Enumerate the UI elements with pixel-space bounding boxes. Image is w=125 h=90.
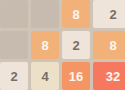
cell-empty [0, 0, 28, 28]
tile-16: 16 [62, 62, 90, 90]
tile-2: 2 [93, 0, 125, 28]
tile-8: 8 [62, 0, 90, 28]
tile-2: 2 [0, 62, 28, 90]
tile-2: 2 [62, 31, 90, 59]
tile-4: 4 [31, 62, 59, 90]
tile-8: 8 [93, 31, 125, 59]
cell-empty [0, 31, 28, 59]
tile-8: 8 [31, 31, 59, 59]
2048-board[interactable]: 82828241632 [0, 0, 125, 90]
cell-empty [31, 0, 59, 28]
tile-32: 32 [93, 62, 125, 90]
